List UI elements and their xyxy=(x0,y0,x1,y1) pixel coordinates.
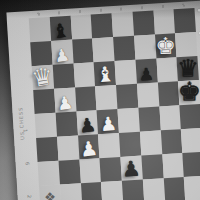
square-d8[interactable] xyxy=(91,13,113,38)
square-b1[interactable] xyxy=(60,183,82,200)
square-g6[interactable] xyxy=(156,57,178,82)
square-h5[interactable]: ♚ xyxy=(178,80,200,105)
square-d6[interactable]: ♝ xyxy=(94,61,116,86)
square-f7[interactable] xyxy=(134,35,156,60)
rank-label: 1 xyxy=(22,126,28,134)
square-f2[interactable] xyxy=(141,154,163,179)
square-g7[interactable]: ♚ xyxy=(155,33,177,58)
square-g3[interactable] xyxy=(160,129,182,154)
square-a6[interactable]: ♛ xyxy=(32,65,54,90)
square-a3[interactable] xyxy=(36,137,58,162)
board: ♝♟♚♛♝♟♛♟♚♟♟♟♟❖ xyxy=(29,8,200,200)
square-d1[interactable] xyxy=(101,181,123,200)
square-d5[interactable] xyxy=(95,85,117,110)
square-b8[interactable]: ♝ xyxy=(49,16,71,41)
square-f5[interactable] xyxy=(137,82,159,107)
square-b3[interactable] xyxy=(57,135,79,160)
chessboard-photo: US CHESS ♝♟♚♛♝♟♛♟♚♟♟♟♟❖ 162 xyxy=(0,0,200,200)
square-e4[interactable] xyxy=(117,108,139,133)
square-g2[interactable] xyxy=(162,153,184,178)
square-c1[interactable] xyxy=(80,182,102,200)
square-a4[interactable] xyxy=(35,113,57,138)
square-b2[interactable] xyxy=(58,159,80,184)
square-h7[interactable] xyxy=(175,32,197,57)
square-b7[interactable]: ♟ xyxy=(51,40,73,65)
square-f6[interactable]: ♟ xyxy=(135,59,157,84)
square-h2[interactable] xyxy=(183,152,200,177)
white-queen[interactable]: ♛ xyxy=(30,64,55,91)
square-f8[interactable] xyxy=(132,11,154,36)
square-b5[interactable]: ♟ xyxy=(54,88,76,113)
black-king[interactable]: ♚ xyxy=(177,79,200,105)
square-e1[interactable] xyxy=(122,180,144,200)
white-pawn[interactable]: ♟ xyxy=(79,138,99,160)
square-h8[interactable] xyxy=(174,8,196,33)
black-bishop[interactable]: ♝ xyxy=(51,20,70,41)
square-e2[interactable]: ♟ xyxy=(120,156,142,181)
white-king[interactable]: ♚ xyxy=(155,35,176,58)
black-pawn[interactable]: ♟ xyxy=(139,66,155,84)
rank-label: 6 xyxy=(24,159,30,167)
square-g5[interactable] xyxy=(157,81,179,106)
square-c2[interactable] xyxy=(79,158,101,183)
white-pawn[interactable]: ♟ xyxy=(56,93,74,113)
board-wrap: US CHESS ♝♟♚♛♝♟♛♟♚♟♟♟♟❖ 162 xyxy=(6,0,200,200)
square-d3[interactable] xyxy=(98,133,120,158)
rank-label: 2 xyxy=(26,192,32,200)
black-pawn[interactable]: ♟ xyxy=(121,159,141,181)
square-e5[interactable] xyxy=(116,84,138,109)
white-bishop[interactable]: ♝ xyxy=(95,64,116,87)
square-c5[interactable] xyxy=(75,86,97,111)
square-d4[interactable]: ♟ xyxy=(97,109,119,134)
square-f4[interactable] xyxy=(138,106,160,131)
white-pawn[interactable]: ♟ xyxy=(99,114,118,134)
square-g4[interactable] xyxy=(159,105,181,130)
square-c4[interactable]: ♟ xyxy=(76,110,98,135)
square-c7[interactable] xyxy=(72,38,94,63)
square-e8[interactable] xyxy=(112,12,134,37)
black-pawn[interactable]: ♟ xyxy=(78,115,97,136)
square-b4[interactable] xyxy=(55,112,77,137)
white-pawn[interactable]: ♟ xyxy=(54,46,71,65)
frame-fastener-dot xyxy=(198,9,200,12)
square-f3[interactable] xyxy=(140,130,162,155)
square-g8[interactable] xyxy=(153,9,175,34)
square-a2[interactable] xyxy=(38,161,60,186)
corner-emblem-icon: ❖ xyxy=(44,190,56,200)
frame-fastener-dot xyxy=(199,32,200,35)
square-e7[interactable] xyxy=(113,36,135,61)
square-a8[interactable] xyxy=(29,17,51,42)
square-d2[interactable] xyxy=(100,157,122,182)
square-g1[interactable] xyxy=(163,177,185,200)
board-frame: US CHESS ♝♟♚♛♝♟♛♟♚♟♟♟♟❖ 162 xyxy=(6,1,200,200)
square-h4[interactable] xyxy=(180,104,200,129)
square-f1[interactable] xyxy=(143,178,165,200)
square-c6[interactable] xyxy=(73,62,95,87)
square-b6[interactable] xyxy=(52,64,74,89)
square-e3[interactable] xyxy=(119,132,141,157)
square-h3[interactable] xyxy=(181,128,200,153)
square-c8[interactable] xyxy=(70,14,92,39)
square-c3[interactable]: ♟ xyxy=(78,134,100,159)
square-h1[interactable] xyxy=(184,176,200,200)
square-a1[interactable]: ❖ xyxy=(39,185,61,200)
square-d7[interactable] xyxy=(92,37,114,62)
square-e6[interactable] xyxy=(115,60,137,85)
